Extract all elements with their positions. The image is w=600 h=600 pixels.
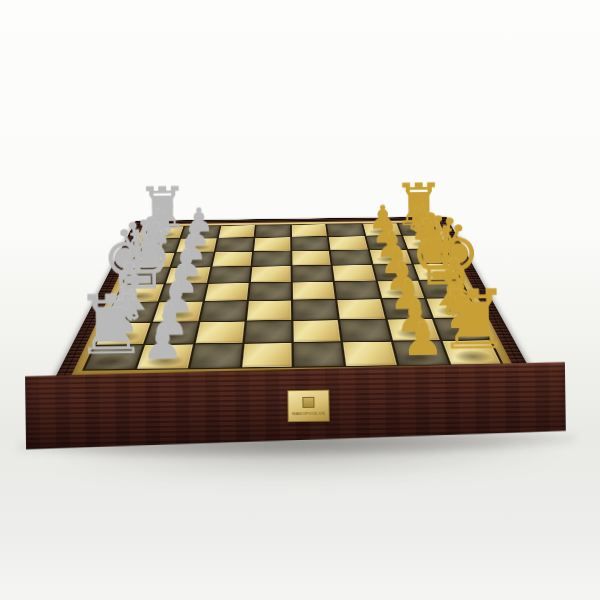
square-r7c7: ♜ xyxy=(442,340,501,364)
brand-plaque-text: MANOPOULOS xyxy=(292,410,325,415)
square-r5c4 xyxy=(293,300,338,320)
square-r3c3 xyxy=(251,266,291,282)
square-r3c2 xyxy=(208,267,250,283)
square-r6c2 xyxy=(195,321,244,343)
gold-rook-glyph: ♜ xyxy=(436,282,511,361)
brand-plaque: MANOPOULOS xyxy=(287,390,329,423)
chess-set-composition: ♜♟♟♜♞♟♟♞♝♟♟♝♛♟♟♛♚♟♟♚♝♟♟♝♞♟♟♞♜♟♟♜ MANOPOU… xyxy=(0,0,600,600)
square-r0c5 xyxy=(327,224,364,236)
square-r6c5 xyxy=(340,319,390,341)
square-r4c3 xyxy=(249,283,291,301)
wooden-board-rim: ♜♟♟♜♞♟♟♞♝♟♟♝♛♟♟♛♚♟♟♚♝♟♟♝♞♟♟♞♜♟♟♜ xyxy=(52,217,534,384)
square-r6c4 xyxy=(293,320,340,342)
square-r0c3 xyxy=(255,225,290,237)
square-r1c5 xyxy=(329,236,367,250)
photo-stage: ♜♟♟♜♞♟♟♞♝♟♟♝♛♟♟♛♚♟♟♚♝♟♟♝♞♟♟♞♜♟♟♜ MANOPOU… xyxy=(0,0,600,600)
silver-pawn-glyph: ♟ xyxy=(142,320,184,365)
square-r7c2 xyxy=(190,344,242,368)
square-r4c5 xyxy=(335,281,380,299)
square-r2c4 xyxy=(292,251,331,266)
square-r2c3 xyxy=(252,251,290,266)
board-scene: ♜♟♟♜♞♟♟♞♝♟♟♝♛♟♟♛♚♟♟♚♝♟♟♝♞♟♟♞♜♟♟♜ xyxy=(0,0,600,600)
square-r7c6: ♟ xyxy=(393,341,449,365)
square-r7c3 xyxy=(242,343,292,367)
square-r3c5 xyxy=(333,265,375,281)
gold-pawn-glyph: ♟ xyxy=(401,317,443,362)
square-r7c1: ♟ xyxy=(137,344,192,368)
square-r4c2 xyxy=(204,283,248,301)
brass-border-frame: ♜♟♟♜♞♟♟♞♝♟♟♝♛♟♟♛♚♟♟♚♝♟♟♝♞♟♟♞♜♟♟♜ xyxy=(71,220,515,375)
piece-gold-rook: ♜ xyxy=(442,340,501,364)
square-r1c2 xyxy=(215,238,253,252)
square-r7c0: ♜ xyxy=(85,345,143,370)
square-r7c5 xyxy=(343,342,396,366)
board-plane: ♜♟♟♜♞♟♟♞♝♟♟♝♛♟♟♛♚♟♟♚♝♟♟♝♞♟♟♞♜♟♟♜ xyxy=(52,217,534,384)
square-r3c4 xyxy=(292,266,332,282)
square-r4c4 xyxy=(293,282,336,300)
brand-logo-icon xyxy=(302,396,314,407)
square-r0c2 xyxy=(218,225,254,237)
square-r5c5 xyxy=(338,299,385,319)
piece-silver-rook: ♜ xyxy=(85,345,143,370)
square-r5c3 xyxy=(247,301,291,321)
silver-rook-glyph: ♜ xyxy=(74,287,149,366)
piece-gold-pawn: ♟ xyxy=(393,341,449,365)
square-r0c4 xyxy=(292,224,327,236)
piece-silver-pawn: ♟ xyxy=(137,344,192,368)
square-r1c4 xyxy=(292,237,329,251)
chess-board-grid: ♜♟♟♜♞♟♟♞♝♟♟♝♛♟♟♛♚♟♟♚♝♟♟♝♞♟♟♞♜♟♟♜ xyxy=(82,222,504,371)
square-r1c3 xyxy=(254,237,291,251)
square-r2c5 xyxy=(331,250,371,265)
square-r7c4 xyxy=(294,342,344,366)
square-r6c3 xyxy=(244,321,291,343)
